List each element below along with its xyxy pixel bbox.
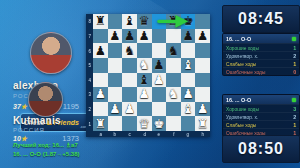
square-f5[interactable] (166, 58, 181, 73)
square-a5[interactable] (93, 58, 108, 73)
square-h2[interactable]: ♟ (195, 102, 210, 117)
bottom-stats-panel: 16. ... О-О Хорошие ходы3Удовлетвор. х.2… (222, 94, 300, 137)
rank-label-7: 7 (86, 29, 93, 44)
rank-label-4: 4 (86, 73, 93, 88)
stat-row-3: Слабые ходы1 (223, 120, 299, 128)
white-rook[interactable]: ♜ (197, 117, 208, 131)
square-e5[interactable]: ♟ (152, 58, 167, 73)
white-pawn[interactable]: ♟ (124, 102, 135, 116)
square-h1[interactable]: ♜ (195, 116, 210, 131)
last-move-label: 16. ... О-О (226, 97, 251, 102)
white-bishop[interactable]: ♝ (182, 58, 193, 72)
black-knight[interactable]: ♞ (124, 44, 135, 58)
black-bishop[interactable]: ♝ (124, 14, 135, 28)
white-pawn[interactable]: ♟ (95, 87, 106, 101)
stat-row-1: Хорошие ходы1 (223, 43, 299, 51)
black-queen[interactable]: ♛ (139, 14, 150, 28)
white-pawn[interactable]: ♟ (153, 73, 164, 87)
white-pawn[interactable]: ♟ (109, 102, 120, 116)
square-g2[interactable]: ♝ (181, 102, 196, 117)
square-e8[interactable] (152, 14, 167, 29)
black-rook[interactable]: ♜ (95, 14, 106, 28)
white-bishop[interactable]: ♝ (182, 102, 193, 116)
square-h3[interactable] (195, 87, 210, 102)
black-pawn[interactable]: ♟ (95, 44, 106, 58)
stat-value: 1 (293, 122, 296, 127)
rank-label-5: 5 (86, 58, 93, 73)
square-b5[interactable] (108, 58, 123, 73)
square-h5[interactable] (195, 58, 210, 73)
stats-header: 16. ... О-О (223, 95, 299, 104)
stat-label: Ошибочные ходы (226, 69, 265, 74)
square-h8[interactable] (195, 14, 210, 29)
square-b8[interactable] (108, 14, 123, 29)
bottom-player-country: РОССИЯ (13, 127, 45, 133)
square-g3[interactable]: ♟ (181, 87, 196, 102)
top-player-clock: 08:45 (222, 5, 300, 33)
square-d4[interactable]: ♝ (137, 73, 152, 88)
stat-label: Хорошие ходы (226, 45, 259, 50)
file-label-e: e (152, 131, 167, 137)
square-a6[interactable]: ♟ (93, 43, 108, 58)
square-c8[interactable]: ♝ (122, 14, 137, 29)
square-d2[interactable] (137, 102, 152, 117)
file-label-d: d (137, 131, 152, 137)
square-e1[interactable]: ♚ (152, 116, 167, 131)
square-c7[interactable]: ♟ (122, 29, 137, 44)
square-h6[interactable] (195, 43, 210, 58)
square-a1[interactable]: ♜ (93, 116, 108, 131)
file-labels: abcdefgh (93, 131, 210, 137)
black-pawn[interactable]: ♟ (153, 58, 164, 72)
square-c4[interactable] (122, 73, 137, 88)
black-pawn[interactable]: ♟ (109, 29, 120, 43)
square-f8[interactable]: ♜ (166, 14, 181, 29)
square-c6[interactable]: ♞ (122, 43, 137, 58)
square-f1[interactable] (166, 116, 181, 131)
stat-row-4: Ошибочные ходы0 (223, 67, 299, 75)
stat-label: Слабые ходы (226, 61, 256, 66)
rank-label-3: 3 (86, 87, 93, 102)
square-g5[interactable]: ♝ (181, 58, 196, 73)
square-d3[interactable]: ♟ (137, 87, 152, 102)
square-b1[interactable] (108, 116, 123, 131)
square-g8[interactable]: ♚ (181, 14, 196, 29)
square-e7[interactable] (152, 29, 167, 44)
file-label-a: a (93, 131, 108, 137)
black-bishop[interactable]: ♝ (139, 73, 150, 87)
square-f6[interactable]: ♞ (166, 43, 181, 58)
black-pawn[interactable]: ♟ (124, 29, 135, 43)
square-d7[interactable]: ♟ (137, 29, 152, 44)
white-knight[interactable]: ♞ (168, 87, 179, 101)
square-g4[interactable] (181, 73, 196, 88)
square-d6[interactable] (137, 43, 152, 58)
square-d1[interactable]: ♛ (137, 116, 152, 131)
chess-board[interactable]: ♜♝♛♜♚♟♟♟♟♟♟♞♞♞♟♝♝♟♟♟♞♟♟♟♝♟♜♛♚♜ (93, 14, 210, 131)
square-f7[interactable] (166, 29, 181, 44)
square-c5[interactable] (122, 58, 137, 73)
stats-rows: Хорошие ходы3Удовлетвор. х.2Слабые ходы1… (223, 104, 299, 136)
file-label-c: c (122, 131, 137, 137)
stat-label: Слабые ходы (226, 122, 256, 127)
white-king[interactable]: ♚ (153, 117, 164, 131)
avatar-bottom-player[interactable] (28, 82, 63, 117)
rank-label-1: 1 (86, 116, 93, 131)
stat-row-2: Удовлетвор. х.2 (223, 51, 299, 59)
square-b2[interactable]: ♟ (108, 102, 123, 117)
stat-value: 0 (293, 69, 296, 74)
stat-value: 2 (293, 114, 296, 119)
square-b6[interactable] (108, 43, 123, 58)
star-icon: ★ (21, 103, 27, 110)
square-a2[interactable] (93, 102, 108, 117)
square-a7[interactable] (93, 29, 108, 44)
black-pawn[interactable]: ♟ (139, 29, 150, 43)
black-pawn[interactable]: ♟ (197, 29, 208, 43)
stat-label: Удовлетвор. х. (226, 53, 258, 58)
file-label-b: b (108, 131, 123, 137)
white-rook[interactable]: ♜ (95, 117, 106, 131)
square-f2[interactable] (166, 102, 181, 117)
move-quality-indicator (292, 98, 296, 102)
stats-header: 16. ... О-О (223, 34, 299, 43)
stat-row-1: Хорошие ходы3 (223, 104, 299, 112)
square-h4[interactable] (195, 73, 210, 88)
chess-board-zone: 87654321 ♜♝♛♜♚♟♟♟♟♟♟♞♞♞♟♝♝♟♟♟♞♟♟♟♝♟♜♛♚♜ … (86, 14, 210, 137)
stats-rows: Хорошие ходы1Удовлетвор. х.2Слабые ходы1… (223, 43, 299, 75)
square-c1[interactable] (122, 116, 137, 131)
top-player-rating: 1195 (63, 102, 79, 111)
stat-value: 1 (293, 61, 296, 66)
square-c3[interactable] (122, 87, 137, 102)
square-a8[interactable]: ♜ (93, 14, 108, 29)
white-pawn[interactable]: ♟ (197, 102, 208, 116)
rank-label-8: 8 (86, 14, 93, 29)
stat-value: 3 (293, 106, 296, 111)
square-b7[interactable]: ♟ (108, 29, 123, 44)
app-window: alexbyco РОССИЯ 37★ 1195 Chess ♟ Friends… (0, 0, 300, 168)
stat-value: 2 (293, 53, 296, 58)
square-e3[interactable] (152, 87, 167, 102)
black-pawn[interactable]: ♟ (182, 29, 193, 43)
square-f3[interactable]: ♞ (166, 87, 181, 102)
file-label-f: f (166, 131, 181, 137)
stat-row-3: Слабые ходы1 (223, 59, 299, 67)
rank-label-2: 2 (86, 102, 93, 117)
move-quality-indicator (292, 37, 296, 41)
square-g1[interactable] (181, 116, 196, 131)
square-h7[interactable]: ♟ (195, 29, 210, 44)
clock-time: 08:45 (238, 10, 284, 28)
white-knight[interactable]: ♞ (139, 58, 150, 72)
square-a3[interactable]: ♟ (93, 87, 108, 102)
rank-label-6: 6 (86, 43, 93, 58)
square-e4[interactable]: ♟ (152, 73, 167, 88)
black-knight[interactable]: ♞ (168, 44, 179, 58)
rank-labels: 87654321 (86, 14, 93, 131)
square-d5[interactable]: ♞ (137, 58, 152, 73)
square-e6[interactable] (152, 43, 167, 58)
stat-label: Удовлетвор. х. (226, 114, 258, 119)
stat-row-2: Удовлетвор. х.2 (223, 112, 299, 120)
last-move-label: 16. ... О-О (226, 36, 251, 41)
square-b3[interactable] (108, 87, 123, 102)
black-rook[interactable]: ♜ (168, 14, 179, 28)
square-e2[interactable] (152, 102, 167, 117)
square-d8[interactable]: ♛ (137, 14, 152, 29)
square-g6[interactable] (181, 43, 196, 58)
square-g7[interactable]: ♟ (181, 29, 196, 44)
square-a4[interactable] (93, 73, 108, 88)
square-c2[interactable]: ♟ (122, 102, 137, 117)
black-king[interactable]: ♚ (182, 14, 193, 28)
board-corner (86, 131, 93, 137)
top-player-stars: 37★ (13, 103, 27, 111)
avatar-top-player[interactable] (30, 32, 72, 74)
file-label-g: g (181, 131, 196, 137)
top-stats-panel: 16. ... О-О Хорошие ходы1Удовлетвор. х.2… (222, 33, 300, 76)
white-queen[interactable]: ♛ (139, 117, 150, 131)
stat-value: 1 (293, 45, 296, 50)
clock-time: 08:50 (238, 140, 284, 158)
file-label-h: h (195, 131, 210, 137)
white-pawn[interactable]: ♟ (182, 87, 193, 101)
square-f4[interactable] (166, 73, 181, 88)
bottom-player-name: Kutmanis (13, 115, 61, 126)
square-b4[interactable] (108, 73, 123, 88)
white-pawn[interactable]: ♟ (139, 87, 150, 101)
analysis-played-move: 16. ... О-О (1.87→+5.38) (13, 151, 80, 157)
bottom-player-clock: 08:50 (222, 135, 300, 163)
stat-label: Хорошие ходы (226, 106, 259, 111)
analysis-best-move: Лучший ход: 16... ♗a7 (13, 141, 78, 148)
